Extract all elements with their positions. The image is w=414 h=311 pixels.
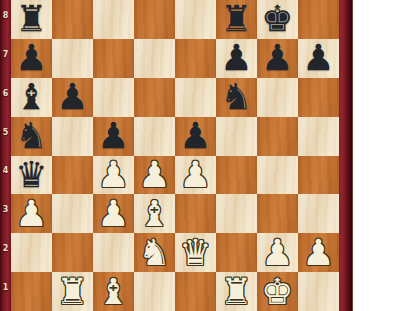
square-a1[interactable] [11, 272, 52, 311]
square-c6[interactable] [93, 78, 134, 117]
rank-label-1: 1 [0, 268, 11, 307]
square-a7[interactable]: ♟ [11, 39, 52, 78]
square-f5[interactable] [216, 117, 257, 156]
square-g7[interactable]: ♟ [257, 39, 298, 78]
rank-label-5: 5 [0, 113, 11, 152]
square-h5[interactable] [298, 117, 339, 156]
board-edge [339, 0, 353, 311]
square-g3[interactable] [257, 194, 298, 233]
black-queen[interactable]: ♛ [11, 156, 52, 195]
rank-label-4: 4 [0, 152, 11, 191]
white-pawn[interactable]: ♟ [298, 233, 339, 272]
white-pawn[interactable]: ♟ [257, 233, 298, 272]
white-pawn[interactable]: ♟ [93, 156, 134, 195]
square-a5[interactable]: ♞ [11, 117, 52, 156]
white-knight[interactable]: ♞ [134, 233, 175, 272]
square-g4[interactable] [257, 156, 298, 195]
white-king[interactable]: ♚ [257, 272, 298, 311]
square-c8[interactable] [93, 0, 134, 39]
square-e6[interactable] [175, 78, 216, 117]
black-knight[interactable]: ♞ [216, 78, 257, 117]
square-d1[interactable] [134, 272, 175, 311]
square-h8[interactable] [298, 0, 339, 39]
chess-board: ♜♜♚♟♟♟♟♝♟♞♞♟♟♛♟♟♟♟♟♝♞♛♟♟♜♝♜♚ [11, 0, 339, 311]
square-a2[interactable] [11, 233, 52, 272]
square-g6[interactable] [257, 78, 298, 117]
square-c3[interactable]: ♟ [93, 194, 134, 233]
square-b7[interactable] [52, 39, 93, 78]
square-h4[interactable] [298, 156, 339, 195]
black-pawn[interactable]: ♟ [11, 39, 52, 78]
page-background: 87654321 ♜♜♚♟♟♟♟♝♟♞♞♟♟♛♟♟♟♟♟♝♞♛♟♟♜♝♜♚ [0, 0, 414, 311]
square-c7[interactable] [93, 39, 134, 78]
white-rook[interactable]: ♜ [52, 272, 93, 311]
white-bishop[interactable]: ♝ [134, 194, 175, 233]
square-g5[interactable] [257, 117, 298, 156]
white-queen[interactable]: ♛ [175, 233, 216, 272]
square-d3[interactable]: ♝ [134, 194, 175, 233]
black-pawn[interactable]: ♟ [175, 117, 216, 156]
white-pawn[interactable]: ♟ [11, 194, 52, 233]
square-e8[interactable] [175, 0, 216, 39]
square-a4[interactable]: ♛ [11, 156, 52, 195]
black-king[interactable]: ♚ [257, 0, 298, 39]
square-f7[interactable]: ♟ [216, 39, 257, 78]
square-d8[interactable] [134, 0, 175, 39]
square-g8[interactable]: ♚ [257, 0, 298, 39]
square-d2[interactable]: ♞ [134, 233, 175, 272]
rank-label-3: 3 [0, 190, 11, 229]
square-c1[interactable]: ♝ [93, 272, 134, 311]
black-bishop[interactable]: ♝ [11, 78, 52, 117]
rank-label-7: 7 [0, 35, 11, 74]
square-f8[interactable]: ♜ [216, 0, 257, 39]
square-h3[interactable] [298, 194, 339, 233]
square-c2[interactable] [93, 233, 134, 272]
square-d5[interactable] [134, 117, 175, 156]
square-b2[interactable] [52, 233, 93, 272]
rank-label-8: 8 [0, 0, 11, 35]
white-pawn[interactable]: ♟ [93, 194, 134, 233]
black-pawn[interactable]: ♟ [93, 117, 134, 156]
square-e7[interactable] [175, 39, 216, 78]
square-h2[interactable]: ♟ [298, 233, 339, 272]
white-bishop[interactable]: ♝ [93, 272, 134, 311]
square-d4[interactable]: ♟ [134, 156, 175, 195]
square-b3[interactable] [52, 194, 93, 233]
rank-label-6: 6 [0, 74, 11, 113]
black-rook[interactable]: ♜ [216, 0, 257, 39]
square-a3[interactable]: ♟ [11, 194, 52, 233]
black-pawn[interactable]: ♟ [216, 39, 257, 78]
black-pawn[interactable]: ♟ [52, 78, 93, 117]
square-b8[interactable] [52, 0, 93, 39]
square-c5[interactable]: ♟ [93, 117, 134, 156]
square-h7[interactable]: ♟ [298, 39, 339, 78]
square-c4[interactable]: ♟ [93, 156, 134, 195]
square-a6[interactable]: ♝ [11, 78, 52, 117]
square-f4[interactable] [216, 156, 257, 195]
square-d6[interactable] [134, 78, 175, 117]
square-b6[interactable]: ♟ [52, 78, 93, 117]
square-b1[interactable]: ♜ [52, 272, 93, 311]
square-h1[interactable] [298, 272, 339, 311]
black-knight[interactable]: ♞ [11, 117, 52, 156]
square-e2[interactable]: ♛ [175, 233, 216, 272]
white-pawn[interactable]: ♟ [134, 156, 175, 195]
rank-labels: 87654321 [0, 0, 11, 311]
white-rook[interactable]: ♜ [216, 272, 257, 311]
square-d7[interactable] [134, 39, 175, 78]
square-b4[interactable] [52, 156, 93, 195]
square-e5[interactable]: ♟ [175, 117, 216, 156]
square-b5[interactable] [52, 117, 93, 156]
black-pawn[interactable]: ♟ [298, 39, 339, 78]
square-e1[interactable] [175, 272, 216, 311]
square-e4[interactable]: ♟ [175, 156, 216, 195]
square-g1[interactable]: ♚ [257, 272, 298, 311]
chess-diagram: 87654321 ♜♜♚♟♟♟♟♝♟♞♞♟♟♛♟♟♟♟♟♝♞♛♟♟♜♝♜♚ [0, 0, 353, 311]
square-f3[interactable] [216, 194, 257, 233]
square-e3[interactable] [175, 194, 216, 233]
square-f1[interactable]: ♜ [216, 272, 257, 311]
black-rook[interactable]: ♜ [11, 0, 52, 39]
rank-label-2: 2 [0, 229, 11, 268]
square-f2[interactable] [216, 233, 257, 272]
square-f6[interactable]: ♞ [216, 78, 257, 117]
black-pawn[interactable]: ♟ [257, 39, 298, 78]
white-pawn[interactable]: ♟ [175, 156, 216, 195]
square-h6[interactable] [298, 78, 339, 117]
square-a8[interactable]: ♜ [11, 0, 52, 39]
square-g2[interactable]: ♟ [257, 233, 298, 272]
